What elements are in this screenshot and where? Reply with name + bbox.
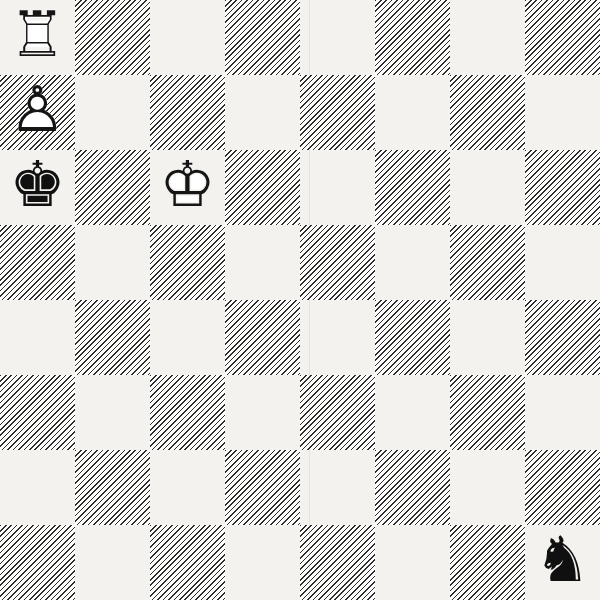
square-c6: ♚♔	[150, 150, 225, 225]
square-a7: ♟♙	[0, 75, 75, 150]
black-king-piece: ♚	[0, 150, 75, 225]
black-king-glyph: ♚	[9, 153, 65, 216]
square-h5	[525, 225, 600, 300]
square-e5	[300, 225, 375, 300]
square-g6	[450, 150, 525, 225]
square-e4	[300, 300, 375, 375]
square-e8	[300, 0, 375, 75]
square-d4	[225, 300, 300, 375]
square-e2	[300, 450, 375, 525]
square-f4	[375, 300, 450, 375]
square-b8	[75, 0, 150, 75]
square-g5	[450, 225, 525, 300]
square-a4	[0, 300, 75, 375]
square-d1	[225, 525, 300, 600]
black-knight-glyph: ♞	[534, 528, 590, 591]
square-d2	[225, 450, 300, 525]
square-b6	[75, 150, 150, 225]
square-e7	[300, 75, 375, 150]
square-a8: ♜♖	[0, 0, 75, 75]
square-c3	[150, 375, 225, 450]
chessboard: ♜♖♟♙♚♚♔♞	[0, 0, 600, 600]
square-f6	[375, 150, 450, 225]
square-b5	[75, 225, 150, 300]
white-pawn-glyph: ♙	[9, 78, 65, 141]
white-king-glyph: ♔	[159, 153, 215, 216]
square-f7	[375, 75, 450, 150]
square-g8	[450, 0, 525, 75]
square-g3	[450, 375, 525, 450]
white-rook-piece: ♜♖	[0, 0, 75, 75]
square-a6: ♚	[0, 150, 75, 225]
square-f1	[375, 525, 450, 600]
square-b7	[75, 75, 150, 150]
square-f2	[375, 450, 450, 525]
square-g2	[450, 450, 525, 525]
square-f8	[375, 0, 450, 75]
square-c4	[150, 300, 225, 375]
square-d6	[225, 150, 300, 225]
square-c8	[150, 0, 225, 75]
square-b4	[75, 300, 150, 375]
square-d3	[225, 375, 300, 450]
square-h1: ♞	[525, 525, 600, 600]
square-a3	[0, 375, 75, 450]
square-d5	[225, 225, 300, 300]
white-king-piece: ♚♔	[150, 150, 225, 225]
square-f3	[375, 375, 450, 450]
square-c1	[150, 525, 225, 600]
square-g1	[450, 525, 525, 600]
square-e1	[300, 525, 375, 600]
square-d7	[225, 75, 300, 150]
square-h2	[525, 450, 600, 525]
square-h3	[525, 375, 600, 450]
square-f5	[375, 225, 450, 300]
square-e6	[300, 150, 375, 225]
square-g7	[450, 75, 525, 150]
square-c2	[150, 450, 225, 525]
square-b3	[75, 375, 150, 450]
square-a2	[0, 450, 75, 525]
black-knight-piece: ♞	[525, 525, 600, 600]
square-c7	[150, 75, 225, 150]
square-h4	[525, 300, 600, 375]
square-h6	[525, 150, 600, 225]
white-rook-glyph: ♖	[9, 3, 65, 66]
square-e3	[300, 375, 375, 450]
square-c5	[150, 225, 225, 300]
square-d8	[225, 0, 300, 75]
square-a5	[0, 225, 75, 300]
square-b1	[75, 525, 150, 600]
square-a1	[0, 525, 75, 600]
square-b2	[75, 450, 150, 525]
square-g4	[450, 300, 525, 375]
square-h8	[525, 0, 600, 75]
white-pawn-piece: ♟♙	[0, 75, 75, 150]
square-h7	[525, 75, 600, 150]
